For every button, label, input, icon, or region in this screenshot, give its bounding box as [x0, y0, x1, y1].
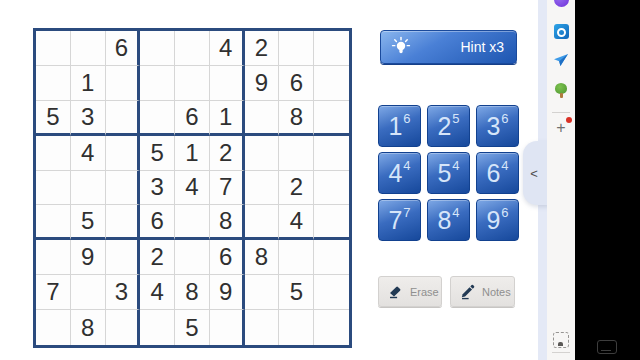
profile-avatar-icon[interactable]: [554, 0, 569, 7]
sudoku-cell-r7c8[interactable]: [279, 240, 314, 275]
sudoku-cell-r6c2[interactable]: 5: [71, 205, 106, 240]
sudoku-cell-r1c2[interactable]: [71, 31, 106, 66]
sudoku-cell-r3c6[interactable]: 1: [210, 101, 245, 136]
sudoku-cell-r4c5[interactable]: 1: [175, 136, 210, 171]
sudoku-cell-r3c8[interactable]: 8: [279, 101, 314, 136]
sudoku-cell-r1c1[interactable]: [36, 31, 71, 66]
numpad-button-7[interactable]: 77: [378, 199, 421, 241]
numpad-digit: 3: [486, 114, 500, 139]
sudoku-cell-r6c1[interactable]: [36, 205, 71, 240]
add-to-sidebar-button[interactable]: +: [552, 119, 570, 137]
sudoku-cell-r7c1[interactable]: [36, 240, 71, 275]
pencil-icon: [459, 283, 476, 300]
hint-button[interactable]: Hint x3: [380, 30, 517, 64]
sudoku-cell-r6c5[interactable]: [175, 205, 210, 240]
numpad-remaining-count: 6: [501, 206, 508, 219]
sudoku-cell-r4c7[interactable]: [245, 136, 280, 171]
numpad-button-2[interactable]: 25: [427, 105, 470, 147]
sudoku-cell-r5c2[interactable]: [71, 171, 106, 206]
numpad-remaining-count: 6: [501, 112, 508, 125]
sudoku-cell-r4c9[interactable]: [314, 136, 349, 171]
sudoku-cell-r1c4[interactable]: [140, 31, 175, 66]
sudoku-cell-r8c4[interactable]: 4: [140, 275, 175, 310]
edge-sidebar: +: [547, 0, 575, 360]
erase-button[interactable]: Erase: [378, 276, 442, 307]
numpad-remaining-count: 4: [501, 159, 508, 172]
sudoku-cell-r3c1[interactable]: 5: [36, 101, 71, 136]
sudoku-cell-r1c9[interactable]: [314, 31, 349, 66]
sudoku-cell-r9c5[interactable]: 5: [175, 310, 210, 345]
sudoku-cell-r4c8[interactable]: [279, 136, 314, 171]
touch-keyboard-icon[interactable]: [597, 340, 617, 354]
numpad-button-8[interactable]: 84: [427, 199, 470, 241]
sudoku-cell-r4c4[interactable]: 5: [140, 136, 175, 171]
sudoku-cell-r5c8[interactable]: 2: [279, 171, 314, 206]
numpad-remaining-count: 5: [452, 112, 459, 125]
sudoku-cell-r5c5[interactable]: 4: [175, 171, 210, 206]
sudoku-cell-r1c6[interactable]: 4: [210, 31, 245, 66]
sudoku-cell-r7c9[interactable]: [314, 240, 349, 275]
sudoku-cell-r7c4[interactable]: 2: [140, 240, 175, 275]
numpad-remaining-count: 4: [452, 206, 459, 219]
sudoku-cell-r6c7[interactable]: [245, 205, 280, 240]
outlook-icon[interactable]: [554, 24, 569, 39]
sudoku-cell-r7c6[interactable]: 6: [210, 240, 245, 275]
sudoku-cell-r5c7[interactable]: [245, 171, 280, 206]
customize-sidebar-icon[interactable]: [553, 332, 569, 348]
sidebar-collapse-flap[interactable]: <: [523, 141, 549, 205]
numpad-digit: 6: [486, 161, 500, 186]
collapsed-panel-black-area: [575, 0, 640, 360]
sudoku-cell-r6c8[interactable]: 4: [279, 205, 314, 240]
sudoku-cell-r7c7[interactable]: 8: [245, 240, 280, 275]
lightbulb-icon: [390, 36, 412, 58]
numpad-button-1[interactable]: 16: [378, 105, 421, 147]
eraser-icon: [387, 283, 404, 300]
sudoku-cell-r9c2[interactable]: 8: [71, 310, 106, 345]
sudoku-cell-r2c8[interactable]: 6: [279, 66, 314, 101]
sudoku-cell-r5c4[interactable]: 3: [140, 171, 175, 206]
sudoku-cell-r8c9[interactable]: [314, 275, 349, 310]
sudoku-cell-r8c6[interactable]: 9: [210, 275, 245, 310]
sudoku-cell-r7c2[interactable]: 9: [71, 240, 106, 275]
sidebar-divider-bottom: [552, 352, 570, 353]
numpad-button-9[interactable]: 96: [476, 199, 519, 241]
sudoku-cell-r4c1[interactable]: [36, 136, 71, 171]
numpad-digit: 8: [437, 208, 451, 233]
sudoku-cell-r9c9[interactable]: [314, 310, 349, 345]
sudoku-cell-r6c3[interactable]: [106, 205, 141, 240]
notes-button[interactable]: Notes: [450, 276, 515, 307]
sudoku-cell-r3c4[interactable]: [140, 101, 175, 136]
sudoku-cell-r7c3[interactable]: [106, 240, 141, 275]
paper-plane-icon[interactable]: [553, 52, 569, 68]
numpad-digit: 2: [437, 114, 451, 139]
numpad-remaining-count: 4: [452, 159, 459, 172]
numpad-digit: 9: [486, 208, 500, 233]
sudoku-cell-r9c8[interactable]: [279, 310, 314, 345]
sudoku-cell-r4c6[interactable]: 2: [210, 136, 245, 171]
sudoku-cell-r5c6[interactable]: 7: [210, 171, 245, 206]
numpad-remaining-count: 4: [403, 159, 410, 172]
sudoku-cell-r8c8[interactable]: 5: [279, 275, 314, 310]
sudoku-cell-r3c9[interactable]: [314, 101, 349, 136]
number-pad: 162536445464778496: [378, 105, 519, 241]
sudoku-cell-r9c3[interactable]: [106, 310, 141, 345]
sudoku-cell-r5c3[interactable]: [106, 171, 141, 206]
sudoku-cell-r2c1[interactable]: [36, 66, 71, 101]
numpad-button-4[interactable]: 44: [378, 152, 421, 194]
numpad-digit: 1: [388, 114, 402, 139]
chevron-left-icon: <: [530, 167, 538, 180]
tree-icon[interactable]: [554, 83, 568, 99]
sudoku-cell-r8c5[interactable]: 8: [175, 275, 210, 310]
sudoku-cell-r2c9[interactable]: [314, 66, 349, 101]
sudoku-cell-r5c9[interactable]: [314, 171, 349, 206]
sudoku-cell-r9c4[interactable]: [140, 310, 175, 345]
sudoku-cell-r8c7[interactable]: [245, 275, 280, 310]
sidebar-divider: [552, 112, 570, 113]
sudoku-cell-r3c2[interactable]: 3: [71, 101, 106, 136]
numpad-button-6[interactable]: 64: [476, 152, 519, 194]
erase-label: Erase: [410, 286, 439, 298]
numpad-digit: 5: [437, 161, 451, 186]
sudoku-cell-r3c7[interactable]: [245, 101, 280, 136]
numpad-remaining-count: 7: [403, 206, 410, 219]
sudoku-cell-r6c9[interactable]: [314, 205, 349, 240]
sudoku-cell-r8c1[interactable]: 7: [36, 275, 71, 310]
sudoku-cell-r8c2[interactable]: [71, 275, 106, 310]
numpad-digit: 4: [388, 161, 402, 186]
sudoku-cell-r2c7[interactable]: 9: [245, 66, 280, 101]
sudoku-cell-r7c5[interactable]: [175, 240, 210, 275]
sudoku-cell-r1c8[interactable]: [279, 31, 314, 66]
notes-label: Notes: [482, 286, 511, 298]
numpad-remaining-count: 6: [403, 112, 410, 125]
sudoku-cell-r1c3[interactable]: 6: [106, 31, 141, 66]
sudoku-cell-r4c3[interactable]: [106, 136, 141, 171]
sudoku-cell-r9c7[interactable]: [245, 310, 280, 345]
sudoku-cell-r5c1[interactable]: [36, 171, 71, 206]
sudoku-cell-r6c4[interactable]: 6: [140, 205, 175, 240]
sudoku-cell-r6c6[interactable]: 8: [210, 205, 245, 240]
sudoku-cell-r1c7[interactable]: 2: [245, 31, 280, 66]
sudoku-cell-r2c2[interactable]: 1: [71, 66, 106, 101]
sudoku-cell-r2c6[interactable]: [210, 66, 245, 101]
sudoku-cell-r2c3[interactable]: [106, 66, 141, 101]
sudoku-cell-r1c5[interactable]: [175, 31, 210, 66]
notification-dot: [566, 117, 572, 123]
sudoku-cell-r2c5[interactable]: [175, 66, 210, 101]
sudoku-board: 64219653618451234725684926873489585: [33, 28, 352, 348]
sudoku-cell-r4c2[interactable]: 4: [71, 136, 106, 171]
sudoku-cell-r2c4[interactable]: [140, 66, 175, 101]
sudoku-cell-r8c3[interactable]: 3: [106, 275, 141, 310]
numpad-button-3[interactable]: 36: [476, 105, 519, 147]
sudoku-cell-r3c3[interactable]: [106, 101, 141, 136]
sudoku-cell-r9c6[interactable]: [210, 310, 245, 345]
hint-button-label: Hint x3: [460, 39, 504, 55]
tree-trunk: [560, 93, 563, 98]
sudoku-cell-r3c5[interactable]: 6: [175, 101, 210, 136]
numpad-digit: 7: [388, 208, 402, 233]
sudoku-cell-r9c1[interactable]: [36, 310, 71, 345]
numpad-button-5[interactable]: 54: [427, 152, 470, 194]
